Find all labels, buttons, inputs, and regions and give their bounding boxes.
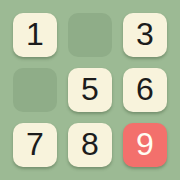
cell-value: 8 <box>81 128 99 160</box>
cell-r2c2[interactable]: 5 <box>68 68 112 112</box>
cell-value: 7 <box>26 128 44 160</box>
cell-value: 1 <box>26 18 44 50</box>
cell-r1c2[interactable] <box>68 13 112 57</box>
cell-value: 9 <box>136 128 154 160</box>
number-puzzle-board: 1 3 5 6 7 8 9 <box>0 0 180 180</box>
cell-value: 3 <box>136 18 154 50</box>
cell-value: 5 <box>81 73 99 105</box>
cell-r3c1[interactable]: 7 <box>13 123 57 167</box>
puzzle-grid: 1 3 5 6 7 8 9 <box>13 13 167 167</box>
cell-r1c1[interactable]: 1 <box>13 13 57 57</box>
cell-r2c1[interactable] <box>13 68 57 112</box>
cell-r3c3-error[interactable]: 9 <box>123 123 167 167</box>
cell-r3c2[interactable]: 8 <box>68 123 112 167</box>
cell-r1c3[interactable]: 3 <box>123 13 167 57</box>
cell-value: 6 <box>136 73 154 105</box>
cell-r2c3[interactable]: 6 <box>123 68 167 112</box>
